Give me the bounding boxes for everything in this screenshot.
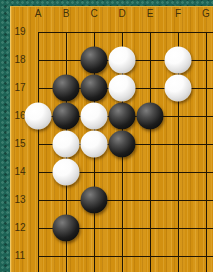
stone-black-B17[interactable] [53,75,80,102]
stone-white-C15[interactable] [81,131,108,158]
row-label-17: 17 [11,81,29,95]
stone-white-F17[interactable] [165,75,192,102]
column-label-B: B [56,7,76,21]
stone-black-B16[interactable] [53,103,80,130]
stone-black-E16[interactable] [137,103,164,130]
stone-black-C18[interactable] [81,47,108,74]
column-label-G: G [196,7,213,21]
stone-white-B14[interactable] [53,159,80,186]
stone-black-D15[interactable] [109,131,136,158]
row-label-15: 15 [11,137,29,151]
column-label-D: D [112,7,132,21]
column-label-F: F [168,7,188,21]
column-label-C: C [84,7,104,21]
row-label-14: 14 [11,165,29,179]
row-label-11: 11 [11,249,29,263]
stone-white-B15[interactable] [53,131,80,158]
stone-white-A16[interactable] [25,103,52,130]
grid-line-vertical-E [150,32,151,272]
stone-white-F18[interactable] [165,47,192,74]
grid-line-horizontal-19 [38,32,213,33]
row-label-12: 12 [11,221,29,235]
stone-black-D16[interactable] [109,103,136,130]
row-label-13: 13 [11,193,29,207]
stone-white-C16[interactable] [81,103,108,130]
row-label-18: 18 [11,53,29,67]
row-label-19: 19 [11,25,29,39]
grid-line-horizontal-13 [38,200,213,201]
stone-black-C17[interactable] [81,75,108,102]
stone-black-C13[interactable] [81,187,108,214]
stone-white-D17[interactable] [109,75,136,102]
column-label-E: E [140,7,160,21]
grid-line-vertical-G [206,32,207,272]
column-label-A: A [28,7,48,21]
grid-line-vertical-A [38,32,39,272]
go-app-window: ABCDEFG191817161514131211 [0,0,213,272]
grid-line-horizontal-11 [38,256,213,257]
go-board[interactable]: ABCDEFG191817161514131211 [10,6,213,272]
stone-white-D18[interactable] [109,47,136,74]
stone-black-B12[interactable] [53,215,80,242]
